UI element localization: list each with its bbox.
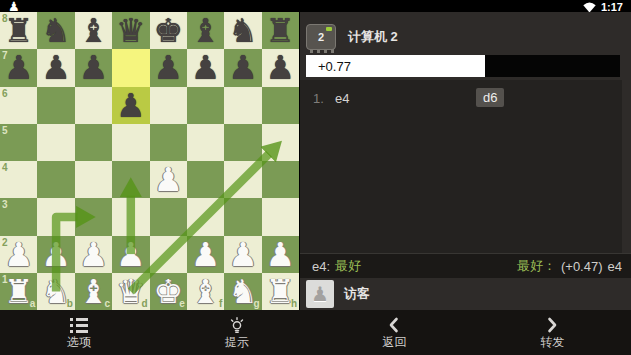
file-label-g: g [254, 298, 260, 309]
evaluation-bar: +0.77 [306, 55, 620, 77]
hint-button[interactable]: 提示 [158, 310, 316, 355]
square-f3[interactable] [187, 198, 224, 235]
file-label-f: f [219, 298, 222, 309]
player-avatar: ♟ [306, 280, 334, 308]
square-a1[interactable]: 1a♜ [0, 273, 37, 310]
square-c7[interactable]: ♟ [75, 49, 112, 86]
move-row: 1. e4 d6 [300, 88, 622, 110]
square-h2[interactable]: ♟ [262, 236, 299, 273]
square-h1[interactable]: h♜ [262, 273, 299, 310]
square-f6[interactable] [187, 87, 224, 124]
white-pawn[interactable]: ♟ [79, 238, 109, 271]
played-move-quality: 最好 [335, 257, 361, 275]
rank-label-2: 2 [2, 237, 8, 248]
square-f7[interactable]: ♟ [187, 49, 224, 86]
forward-label: 转发 [540, 336, 564, 348]
best-move-label: 最好： [517, 257, 556, 275]
square-d3[interactable] [112, 198, 149, 235]
square-g3[interactable] [224, 198, 261, 235]
white-pawn[interactable]: ♟ [266, 238, 296, 271]
chess-board[interactable]: 8♜♞♝♛♚♝♞♜7♟♟♟♟♟♟♟6♟54♟32♟♟♟♟♟♟♟1a♜b♞c♝d♛… [0, 12, 299, 310]
cpu-chip-icon: 2 [306, 24, 336, 50]
white-pawn[interactable]: ♟ [41, 238, 71, 271]
square-e2[interactable] [150, 236, 187, 273]
engine-name: 计算机 2 [348, 28, 398, 46]
player-row: ♟ 访客 [300, 278, 631, 310]
black-bishop[interactable]: ♝ [79, 14, 109, 47]
square-f8[interactable]: ♝ [187, 12, 224, 49]
move-black-san-current[interactable]: d6 [476, 88, 504, 107]
square-f5[interactable] [187, 124, 224, 161]
square-a3[interactable]: 3 [0, 198, 37, 235]
wifi-icon [583, 2, 596, 13]
square-a2[interactable]: 2♟ [0, 236, 37, 273]
rank-label-4: 4 [2, 162, 8, 173]
options-list-icon [70, 318, 88, 333]
player-name: 访客 [344, 285, 370, 303]
forward-button[interactable]: 转发 [473, 310, 631, 355]
square-h4[interactable] [262, 161, 299, 198]
square-b4[interactable] [37, 161, 74, 198]
square-a5[interactable]: 5 [0, 124, 37, 161]
square-e5[interactable] [150, 124, 187, 161]
lightbulb-icon [228, 317, 246, 333]
move-list: 1. e4 d6 [300, 80, 622, 253]
file-label-h: h [291, 298, 297, 309]
white-pawn[interactable]: ♟ [153, 163, 183, 196]
black-pawn[interactable]: ♟ [79, 51, 109, 84]
white-bishop[interactable]: ♝ [191, 275, 221, 308]
square-d6[interactable]: ♟ [112, 87, 149, 124]
white-pawn[interactable]: ♟ [4, 238, 34, 271]
black-rook[interactable]: ♜ [4, 14, 34, 47]
app-screen: ♟ 1:17 8♜♞♝♛♚♝♞♜7♟♟♟♟♟♟♟6♟54♟32♟♟♟♟♟♟♟1a… [0, 0, 631, 355]
file-label-c: c [105, 298, 111, 309]
square-d5[interactable] [112, 124, 149, 161]
engine-header: 2 计算机 2 [306, 21, 398, 53]
black-rook[interactable]: ♜ [266, 14, 296, 47]
square-f2[interactable]: ♟ [187, 236, 224, 273]
black-pawn[interactable]: ♟ [116, 89, 146, 122]
square-d2[interactable]: ♟ [112, 236, 149, 273]
square-d4[interactable] [112, 161, 149, 198]
square-b6[interactable] [37, 87, 74, 124]
bottom-nav: 选项 提示 返回 [0, 310, 631, 355]
black-king[interactable]: ♚ [153, 14, 183, 47]
black-knight[interactable]: ♞ [41, 14, 71, 47]
square-h8[interactable]: ♜ [262, 12, 299, 49]
rank-label-6: 6 [2, 88, 8, 99]
rank-label-8: 8 [2, 13, 8, 24]
file-label-e: e [179, 298, 185, 309]
square-b1[interactable]: b♞ [37, 273, 74, 310]
square-c6[interactable] [75, 87, 112, 124]
black-pawn[interactable]: ♟ [191, 51, 221, 84]
black-pawn[interactable]: ♟ [228, 51, 258, 84]
black-bishop[interactable]: ♝ [191, 14, 221, 47]
square-e3[interactable] [150, 198, 187, 235]
rank-label-1: 1 [2, 274, 8, 285]
square-b3[interactable] [37, 198, 74, 235]
hint-label: 提示 [225, 336, 249, 348]
square-g6[interactable] [224, 87, 261, 124]
square-g4[interactable] [224, 161, 261, 198]
square-h6[interactable] [262, 87, 299, 124]
rank-label-7: 7 [2, 50, 8, 61]
square-e1[interactable]: e♚ [150, 273, 187, 310]
square-f4[interactable] [187, 161, 224, 198]
evaluation-white-part: +0.77 [306, 55, 485, 77]
square-c4[interactable] [75, 161, 112, 198]
square-a7[interactable]: 7♟ [0, 49, 37, 86]
square-e7[interactable]: ♟ [150, 49, 187, 86]
rank-label-3: 3 [2, 199, 8, 210]
square-b8[interactable]: ♞ [37, 12, 74, 49]
white-pawn[interactable]: ♟ [228, 238, 258, 271]
square-c2[interactable]: ♟ [75, 236, 112, 273]
options-label: 选项 [67, 336, 91, 348]
square-b7[interactable]: ♟ [37, 49, 74, 86]
played-move-label: e4: [312, 259, 330, 274]
square-e8[interactable]: ♚ [150, 12, 187, 49]
black-knight[interactable]: ♞ [228, 14, 258, 47]
square-g5[interactable] [224, 124, 261, 161]
analysis-panel: 2 计算机 2 +0.77 1. e4 d6 e4: 最好 最 [300, 12, 631, 310]
square-c5[interactable] [75, 124, 112, 161]
square-c1[interactable]: c♝ [75, 273, 112, 310]
black-queen[interactable]: ♛ [116, 14, 146, 47]
best-move-san: e4 [608, 259, 622, 274]
square-b2[interactable]: ♟ [37, 236, 74, 273]
cpu-led [326, 27, 332, 31]
square-h5[interactable] [262, 124, 299, 161]
square-g2[interactable]: ♟ [224, 236, 261, 273]
white-pawn[interactable]: ♟ [191, 238, 221, 271]
black-pawn[interactable]: ♟ [41, 51, 71, 84]
back-button[interactable]: 返回 [316, 310, 474, 355]
square-d7[interactable] [112, 49, 149, 86]
engine-level: 2 [318, 31, 324, 43]
move-number: 1. [313, 91, 324, 106]
square-e6[interactable] [150, 87, 187, 124]
square-g7[interactable]: ♟ [224, 49, 261, 86]
square-c3[interactable] [75, 198, 112, 235]
black-pawn[interactable]: ♟ [4, 51, 34, 84]
black-pawn[interactable]: ♟ [153, 51, 183, 84]
square-f1[interactable]: f♝ [187, 273, 224, 310]
move-white-san[interactable]: e4 [335, 91, 349, 106]
best-move-eval: (+0.47) [561, 259, 603, 274]
square-d8[interactable]: ♛ [112, 12, 149, 49]
file-label-a: a [30, 298, 36, 309]
file-label-d: d [141, 298, 147, 309]
square-a8[interactable]: 8♜ [0, 12, 37, 49]
square-h3[interactable] [262, 198, 299, 235]
square-a4[interactable]: 4 [0, 161, 37, 198]
file-label-b: b [67, 298, 73, 309]
square-g8[interactable]: ♞ [224, 12, 261, 49]
square-a6[interactable]: 6 [0, 87, 37, 124]
back-label: 返回 [382, 336, 406, 348]
square-g1[interactable]: g♞ [224, 273, 261, 310]
square-h7[interactable]: ♟ [262, 49, 299, 86]
black-pawn[interactable]: ♟ [266, 51, 296, 84]
square-c8[interactable]: ♝ [75, 12, 112, 49]
white-pawn[interactable]: ♟ [116, 238, 146, 271]
evaluation-value: +0.77 [306, 59, 351, 74]
chevron-right-icon [545, 317, 559, 333]
options-button[interactable]: 选项 [0, 310, 158, 355]
rank-label-5: 5 [2, 125, 8, 136]
analysis-strip: e4: 最好 最好： (+0.47) e4 [300, 253, 631, 278]
square-d1[interactable]: d♛ [112, 273, 149, 310]
white-pawn-avatar-icon: ♟ [311, 284, 329, 304]
square-e4[interactable]: ♟ [150, 161, 187, 198]
square-b5[interactable] [37, 124, 74, 161]
chevron-left-icon [387, 317, 401, 333]
